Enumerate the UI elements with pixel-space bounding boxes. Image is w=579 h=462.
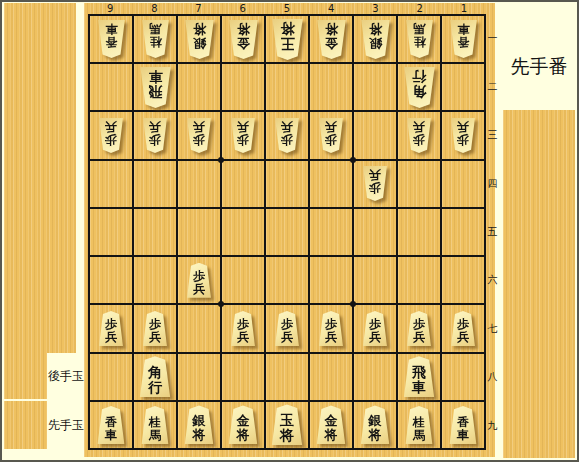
- sente-piece-stand[interactable]: [503, 110, 575, 458]
- file-label: 2: [398, 3, 442, 14]
- board-cell[interactable]: [354, 64, 396, 110]
- file-label: 1: [442, 3, 486, 14]
- piece-銀将[interactable]: 銀将: [360, 405, 391, 444]
- piece-桂馬[interactable]: 桂馬: [141, 406, 170, 444]
- board-cell[interactable]: 飛車: [398, 354, 440, 400]
- rank-label: 一: [487, 14, 498, 62]
- board-cell[interactable]: 歩兵: [354, 305, 396, 351]
- piece-歩兵[interactable]: 歩兵: [230, 311, 256, 346]
- board-cell[interactable]: 角行: [134, 354, 176, 400]
- board-cell[interactable]: [310, 161, 352, 207]
- board-cell[interactable]: 歩兵: [398, 112, 440, 158]
- hoshi-dot: [218, 157, 224, 163]
- board-cell[interactable]: 銀将: [354, 16, 396, 62]
- board-cell[interactable]: [178, 64, 220, 110]
- board-cell[interactable]: 王将: [266, 16, 308, 62]
- board-cell[interactable]: 歩兵: [222, 112, 264, 158]
- board-cell[interactable]: 歩兵: [442, 305, 484, 351]
- piece-飛車[interactable]: 飛車: [139, 67, 172, 108]
- board-cell[interactable]: 歩兵: [442, 112, 484, 158]
- board-cell[interactable]: [90, 354, 132, 400]
- piece-歩兵[interactable]: 歩兵: [274, 311, 300, 346]
- piece-歩兵[interactable]: 歩兵: [450, 118, 476, 153]
- board-cell[interactable]: [398, 161, 440, 207]
- board-cell[interactable]: 桂馬: [134, 16, 176, 62]
- rank-label: 八: [487, 353, 498, 401]
- piece-桂馬[interactable]: 桂馬: [405, 406, 434, 444]
- board-cell[interactable]: 歩兵: [310, 305, 352, 351]
- file-label: 3: [353, 3, 397, 14]
- board-cell[interactable]: 桂馬: [398, 402, 440, 448]
- board-cell[interactable]: [266, 354, 308, 400]
- shogi-board: 987654321 香車桂馬銀将金将王将金将銀将桂馬香車飛車角行歩兵歩兵歩兵歩兵…: [84, 3, 495, 457]
- turn-indicator: 先手番: [503, 54, 575, 80]
- board-cell[interactable]: [222, 354, 264, 400]
- piece-玉将[interactable]: 玉将: [271, 404, 304, 445]
- board-grid: 香車桂馬銀将金将王将金将銀将桂馬香車飛車角行歩兵歩兵歩兵歩兵歩兵歩兵歩兵歩兵歩兵…: [88, 14, 486, 450]
- sente-king-tray[interactable]: [4, 401, 47, 449]
- rank-coordinates: 一二三四五六七八九: [487, 14, 498, 450]
- piece-歩兵[interactable]: 歩兵: [450, 311, 476, 346]
- piece-歩兵[interactable]: 歩兵: [98, 311, 124, 346]
- gote-piece-stand[interactable]: [4, 3, 76, 353]
- hoshi-dot: [350, 157, 356, 163]
- board-cell[interactable]: 銀将: [178, 402, 220, 448]
- board-cell[interactable]: 歩兵: [354, 161, 396, 207]
- file-label: 8: [132, 3, 176, 14]
- piece-香車[interactable]: 香車: [97, 20, 126, 58]
- board-cell[interactable]: [442, 354, 484, 400]
- board-cell[interactable]: 歩兵: [266, 112, 308, 158]
- board-cell[interactable]: 歩兵: [178, 112, 220, 158]
- board-cell[interactable]: [442, 209, 484, 255]
- file-label: 9: [88, 3, 132, 14]
- piece-角行[interactable]: 角行: [139, 356, 172, 397]
- file-label: 6: [221, 3, 265, 14]
- board-cell[interactable]: [90, 64, 132, 110]
- board-cell[interactable]: [134, 209, 176, 255]
- board-cell[interactable]: 銀将: [354, 402, 396, 448]
- board-cell[interactable]: [310, 257, 352, 303]
- board-cell[interactable]: 香車: [90, 16, 132, 62]
- piece-金将[interactable]: 金将: [228, 405, 259, 444]
- board-cell[interactable]: [90, 161, 132, 207]
- rank-label: 九: [487, 402, 498, 450]
- piece-銀将[interactable]: 銀将: [360, 20, 391, 59]
- board-cell[interactable]: [178, 161, 220, 207]
- board-cell[interactable]: [266, 209, 308, 255]
- board-cell[interactable]: 香車: [442, 402, 484, 448]
- board-cell[interactable]: [310, 64, 352, 110]
- board-cell[interactable]: [90, 257, 132, 303]
- rank-label: 六: [487, 256, 498, 304]
- piece-歩兵[interactable]: 歩兵: [186, 263, 212, 298]
- board-cell[interactable]: 玉将: [266, 402, 308, 448]
- board-cell[interactable]: 角行: [398, 64, 440, 110]
- board-cell[interactable]: [354, 112, 396, 158]
- piece-金将[interactable]: 金将: [316, 405, 347, 444]
- board-cell[interactable]: 香車: [90, 402, 132, 448]
- piece-銀将[interactable]: 銀将: [184, 20, 215, 59]
- board-cell[interactable]: 歩兵: [90, 112, 132, 158]
- board-cell[interactable]: 金将: [310, 16, 352, 62]
- board-cell[interactable]: 歩兵: [398, 305, 440, 351]
- board-cell[interactable]: 銀将: [178, 16, 220, 62]
- board-cell[interactable]: [222, 257, 264, 303]
- hoshi-dot: [218, 301, 224, 307]
- rank-label: 七: [487, 305, 498, 353]
- board-cell[interactable]: [90, 209, 132, 255]
- board-cell[interactable]: 歩兵: [90, 305, 132, 351]
- piece-歩兵[interactable]: 歩兵: [274, 118, 300, 153]
- piece-歩兵[interactable]: 歩兵: [186, 118, 212, 153]
- piece-歩兵[interactable]: 歩兵: [142, 118, 168, 153]
- shogi-app-window: 後手玉 先手玉 987654321 香車桂馬銀将金将王将金将銀将桂馬香車飛車角行…: [0, 0, 579, 462]
- board-cell[interactable]: [178, 209, 220, 255]
- piece-歩兵[interactable]: 歩兵: [318, 311, 344, 346]
- piece-歩兵[interactable]: 歩兵: [230, 118, 256, 153]
- file-label: 7: [176, 3, 220, 14]
- piece-香車[interactable]: 香車: [449, 406, 478, 444]
- piece-角行[interactable]: 角行: [403, 67, 436, 108]
- piece-歩兵[interactable]: 歩兵: [406, 118, 432, 153]
- piece-歩兵[interactable]: 歩兵: [362, 166, 388, 201]
- board-cell[interactable]: [310, 354, 352, 400]
- file-label: 5: [265, 3, 309, 14]
- piece-歩兵[interactable]: 歩兵: [406, 311, 432, 346]
- rank-label: 五: [487, 208, 498, 256]
- piece-歩兵[interactable]: 歩兵: [142, 311, 168, 346]
- board-cell[interactable]: [134, 257, 176, 303]
- piece-歩兵[interactable]: 歩兵: [362, 311, 388, 346]
- board-cell[interactable]: [442, 64, 484, 110]
- board-cell[interactable]: [266, 257, 308, 303]
- piece-王将[interactable]: 王将: [271, 19, 304, 60]
- board-cell[interactable]: 金将: [310, 402, 352, 448]
- rank-label: 三: [487, 111, 498, 159]
- rank-label: 二: [487, 62, 498, 110]
- board-cell[interactable]: 歩兵: [222, 305, 264, 351]
- sente-king-label: 先手玉: [47, 401, 85, 449]
- piece-桂馬[interactable]: 桂馬: [405, 20, 434, 58]
- board-cell[interactable]: [354, 257, 396, 303]
- board-cell[interactable]: [442, 161, 484, 207]
- gote-king-tray[interactable]: [4, 353, 47, 399]
- board-cell[interactable]: 桂馬: [134, 402, 176, 448]
- file-coordinates: 987654321: [88, 3, 486, 14]
- board-cell[interactable]: [310, 209, 352, 255]
- piece-桂馬[interactable]: 桂馬: [141, 20, 170, 58]
- piece-香車[interactable]: 香車: [97, 406, 126, 444]
- board-cell[interactable]: [354, 354, 396, 400]
- gote-king-label: 後手玉: [47, 353, 85, 399]
- board-cell[interactable]: [134, 161, 176, 207]
- piece-金将[interactable]: 金将: [228, 20, 259, 59]
- board-cell[interactable]: 歩兵: [266, 305, 308, 351]
- board-cell[interactable]: [222, 64, 264, 110]
- board-cell[interactable]: [398, 257, 440, 303]
- board-cell[interactable]: 香車: [442, 16, 484, 62]
- board-cell[interactable]: [354, 209, 396, 255]
- board-cell[interactable]: [442, 257, 484, 303]
- board-cell[interactable]: [178, 354, 220, 400]
- board-cell[interactable]: 金将: [222, 402, 264, 448]
- piece-飛車[interactable]: 飛車: [403, 356, 436, 397]
- board-cell[interactable]: 金将: [222, 16, 264, 62]
- board-cell[interactable]: [222, 209, 264, 255]
- board-cell[interactable]: [266, 64, 308, 110]
- file-label: 4: [309, 3, 353, 14]
- board-cell[interactable]: [398, 209, 440, 255]
- board-cell[interactable]: 桂馬: [398, 16, 440, 62]
- board-cell[interactable]: 歩兵: [178, 257, 220, 303]
- rank-label: 四: [487, 159, 498, 207]
- piece-歩兵[interactable]: 歩兵: [318, 118, 344, 153]
- board-cell[interactable]: [266, 161, 308, 207]
- piece-香車[interactable]: 香車: [449, 20, 478, 58]
- board-cell[interactable]: 歩兵: [310, 112, 352, 158]
- board-cell[interactable]: 歩兵: [134, 112, 176, 158]
- piece-銀将[interactable]: 銀将: [184, 405, 215, 444]
- hoshi-dot: [350, 301, 356, 307]
- piece-歩兵[interactable]: 歩兵: [98, 118, 124, 153]
- board-cell[interactable]: [222, 161, 264, 207]
- board-cell[interactable]: [178, 305, 220, 351]
- board-cell[interactable]: 飛車: [134, 64, 176, 110]
- board-cell[interactable]: 歩兵: [134, 305, 176, 351]
- piece-金将[interactable]: 金将: [316, 20, 347, 59]
